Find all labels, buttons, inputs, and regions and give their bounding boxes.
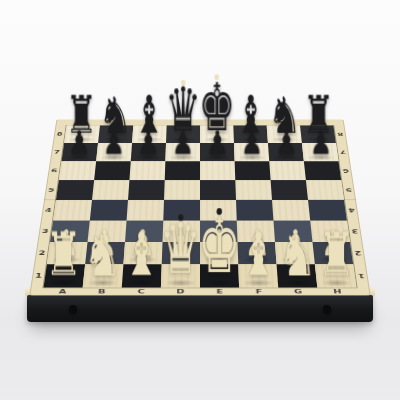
square-e6 xyxy=(200,161,235,180)
square-b6 xyxy=(94,161,131,180)
file-labels-near: ABCDEFGH xyxy=(42,287,357,295)
file-label-e: E xyxy=(200,287,239,295)
chess-set-photo: Standard chess starting position ♜♞♝♛♚♝♞… xyxy=(0,0,400,400)
file-label-f: F xyxy=(239,287,279,295)
pawn-glyph: ♟ xyxy=(241,126,263,158)
piece-black-pawn-a7: ♟ xyxy=(68,126,90,158)
piece-black-pawn-b7: ♟ xyxy=(102,126,124,158)
square-d5 xyxy=(164,180,200,200)
pawn-glyph: ♟ xyxy=(137,126,159,158)
piece-black-pawn-c7: ♟ xyxy=(137,126,159,158)
folded-board-side-panel xyxy=(27,295,373,322)
square-h7: ♟ xyxy=(302,143,339,161)
square-g1: ♞ xyxy=(277,264,318,287)
piece-white-queen-d1: ♛ xyxy=(160,214,202,284)
square-a7: ♟ xyxy=(62,143,99,161)
piece-black-pawn-e7: ♟ xyxy=(206,126,228,158)
piece-white-king-e1: ♚ xyxy=(198,208,241,284)
file-label-h: H xyxy=(299,120,333,126)
file-label-d: D xyxy=(167,120,200,126)
rank-label-6: 6 xyxy=(338,161,352,180)
contrast-finial xyxy=(181,80,186,86)
square-b4 xyxy=(90,200,128,221)
rook-glyph: ♜ xyxy=(318,225,355,285)
square-b5 xyxy=(92,180,129,200)
square-g4 xyxy=(272,200,310,221)
pawn-glyph: ♟ xyxy=(310,126,332,158)
queen-glyph: ♛ xyxy=(160,214,202,284)
rank-label-7: 7 xyxy=(336,143,350,161)
knight-glyph: ♞ xyxy=(278,226,317,284)
king-glyph: ♚ xyxy=(198,208,241,284)
square-h6 xyxy=(304,161,341,180)
square-f6 xyxy=(235,161,271,180)
square-g6 xyxy=(269,161,306,180)
contrast-finial xyxy=(178,214,183,220)
file-label-h: H xyxy=(317,287,357,295)
piece-white-rook-h1: ♜ xyxy=(318,225,355,285)
file-label-g: G xyxy=(278,287,318,295)
square-a6 xyxy=(59,161,96,180)
file-label-d: D xyxy=(161,287,200,295)
square-h4 xyxy=(308,200,347,221)
board-grid: ♜♞♝♛♚♝♞♜♟♟♟♟♟♟♟♟♟♟♟♟♟♟♟♟♜♞♝♛♚♝♞♜ xyxy=(44,125,357,287)
square-g7: ♟ xyxy=(268,143,304,161)
square-f7: ♟ xyxy=(234,143,269,161)
knight-glyph: ♞ xyxy=(83,226,122,284)
pawn-glyph: ♟ xyxy=(275,126,297,158)
piece-black-pawn-h7: ♟ xyxy=(310,126,332,158)
rank-label-5: 5 xyxy=(341,180,356,200)
pawn-glyph: ♟ xyxy=(172,126,194,158)
pawn-glyph: ♟ xyxy=(102,126,124,158)
square-h5 xyxy=(306,180,344,200)
file-label-c: C xyxy=(133,120,167,126)
latch-knob-right xyxy=(323,305,331,313)
piece-black-pawn-f7: ♟ xyxy=(241,126,263,158)
square-d7: ♟ xyxy=(165,143,200,161)
file-labels-far: ABCDEFGH xyxy=(67,120,334,126)
square-a4 xyxy=(53,200,92,221)
latch-knob-left xyxy=(69,305,77,313)
file-label-e: E xyxy=(200,120,233,126)
square-g5 xyxy=(271,180,308,200)
square-f5 xyxy=(235,180,272,200)
file-label-b: B xyxy=(82,287,122,295)
chess-board: ♜♞♝♛♚♝♞♜♟♟♟♟♟♟♟♟♟♟♟♟♟♟♟♟♜♞♝♛♚♝♞♜ ABCDEFG… xyxy=(29,120,370,296)
square-e7: ♟ xyxy=(200,143,235,161)
square-e1: ♚ xyxy=(200,264,239,287)
rank-label-1: 1 xyxy=(353,264,369,287)
file-label-g: G xyxy=(266,120,300,126)
file-label-f: F xyxy=(233,120,267,126)
square-d1: ♛ xyxy=(161,264,200,287)
piece-white-bishop-f1: ♝ xyxy=(240,225,277,285)
square-c4 xyxy=(127,200,164,221)
file-label-b: B xyxy=(100,120,134,126)
piece-white-bishop-c1: ♝ xyxy=(123,225,160,285)
bishop-glyph: ♝ xyxy=(123,225,160,285)
piece-black-pawn-d7: ♟ xyxy=(172,126,194,158)
position-caption: Standard chess starting position xyxy=(0,0,1,1)
square-b1: ♞ xyxy=(83,264,124,287)
square-e5 xyxy=(200,180,236,200)
square-a5 xyxy=(56,180,94,200)
bishop-glyph: ♝ xyxy=(240,225,277,285)
file-label-a: A xyxy=(42,287,82,295)
piece-white-rook-a1: ♜ xyxy=(45,225,82,285)
rook-glyph: ♜ xyxy=(45,225,82,285)
pawn-glyph: ♟ xyxy=(68,126,90,158)
piece-white-knight-b1: ♞ xyxy=(83,226,122,284)
pawn-glyph: ♟ xyxy=(206,126,228,158)
piece-black-pawn-g7: ♟ xyxy=(275,126,297,158)
square-h1: ♜ xyxy=(315,264,357,287)
square-b7: ♟ xyxy=(96,143,132,161)
square-c6 xyxy=(129,161,165,180)
file-label-c: C xyxy=(121,287,161,295)
square-d6 xyxy=(165,161,200,180)
square-c5 xyxy=(128,180,165,200)
square-a1: ♜ xyxy=(44,264,86,287)
rank-label-8: 8 xyxy=(333,125,347,143)
piece-white-knight-g1: ♞ xyxy=(278,226,317,284)
file-label-a: A xyxy=(67,120,101,126)
square-c7: ♟ xyxy=(131,143,166,161)
square-f4 xyxy=(236,200,273,221)
square-c1: ♝ xyxy=(122,264,162,287)
square-f1: ♝ xyxy=(238,264,278,287)
